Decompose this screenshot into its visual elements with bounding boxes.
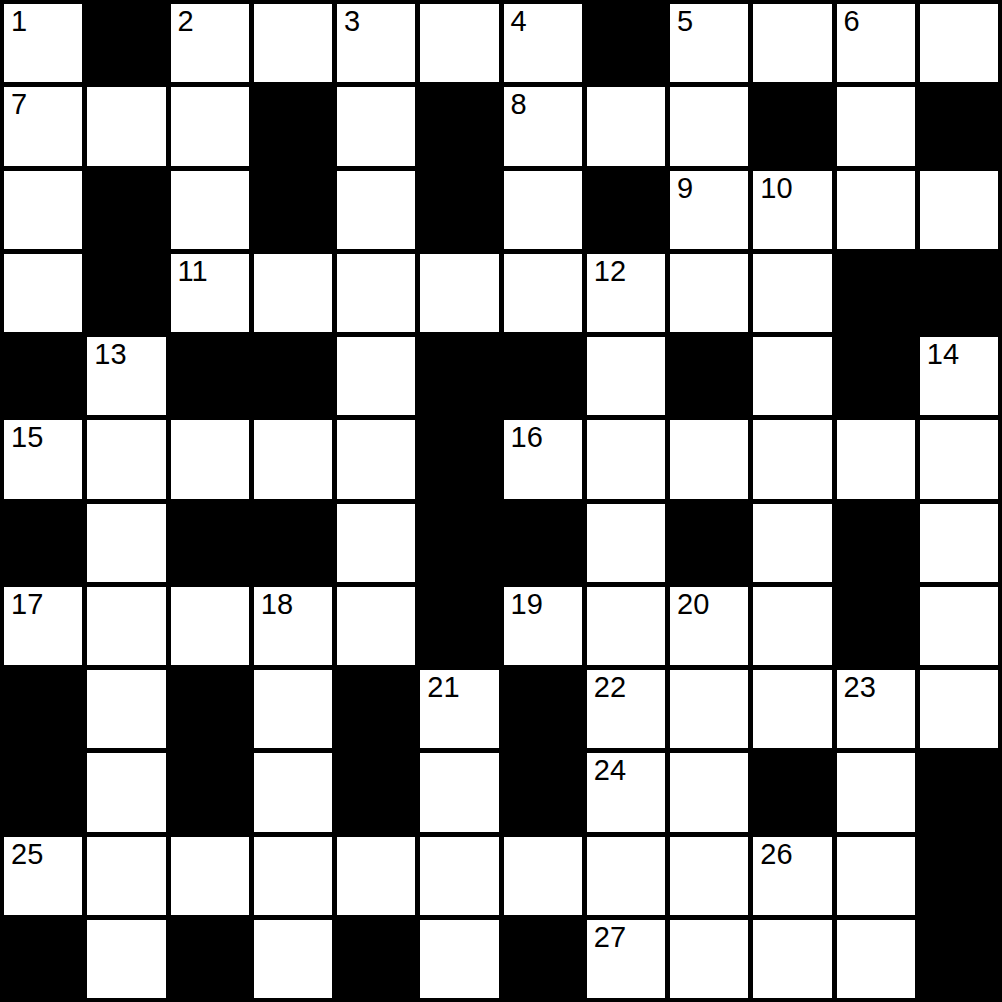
cell-r7c1[interactable] [87,587,165,665]
cell-r3c9[interactable] [753,254,831,332]
cell-r8c8[interactable] [670,670,748,748]
cell-r5c8[interactable] [670,420,748,498]
cell-r5c7[interactable] [587,420,665,498]
black-cell-r4c2 [171,337,249,415]
black-cell-r7c10 [837,587,915,665]
cell-r2c2[interactable] [171,171,249,249]
black-cell-r1c3 [254,87,332,165]
cell-r2c9[interactable]: 10 [753,171,831,249]
black-cell-r6c2 [171,504,249,582]
cell-r5c3[interactable] [254,420,332,498]
cell-r7c11[interactable] [920,587,998,665]
clue-number-11: 11 [178,255,208,288]
cell-r9c1[interactable] [87,753,165,831]
black-cell-r11c11 [920,920,998,998]
clue-number-7: 7 [11,88,27,121]
cell-r3c6[interactable] [504,254,582,332]
black-cell-r8c2 [171,670,249,748]
cell-r2c11[interactable] [920,171,998,249]
black-cell-r5c5 [420,420,498,498]
clue-number-2: 2 [178,5,194,38]
cell-r7c9[interactable] [753,587,831,665]
cell-r7c7[interactable] [587,587,665,665]
clue-number-13: 13 [94,338,126,371]
black-cell-r3c11 [920,254,998,332]
cell-r6c7[interactable] [587,504,665,582]
black-cell-r3c1 [87,254,165,332]
black-cell-r6c8 [670,504,748,582]
cell-r3c4[interactable] [337,254,415,332]
clue-number-10: 10 [760,172,792,205]
black-cell-r6c6 [504,504,582,582]
cell-r11c7[interactable]: 27 [587,920,665,998]
cell-r3c7[interactable]: 12 [587,254,665,332]
cell-r4c4[interactable] [337,337,415,415]
cell-r11c3[interactable] [254,920,332,998]
cell-r4c11[interactable]: 14 [920,337,998,415]
cell-r1c1[interactable] [87,87,165,165]
black-cell-r2c7 [587,171,665,249]
cell-r2c8[interactable]: 9 [670,171,748,249]
cell-r2c4[interactable] [337,171,415,249]
cell-r8c7[interactable]: 22 [587,670,665,748]
cell-r10c3[interactable] [254,837,332,915]
black-cell-r4c0 [4,337,82,415]
cell-r2c6[interactable] [504,171,582,249]
black-cell-r8c4 [337,670,415,748]
cell-r10c10[interactable] [837,837,915,915]
black-cell-r2c3 [254,171,332,249]
cell-r1c0[interactable]: 7 [4,87,82,165]
cell-r9c3[interactable] [254,753,332,831]
cell-r2c0[interactable] [4,171,82,249]
cell-r1c10[interactable] [837,87,915,165]
clue-number-18: 18 [261,588,293,621]
cell-r9c5[interactable] [420,753,498,831]
clue-number-4: 4 [511,5,527,38]
cell-r7c8[interactable]: 20 [670,587,748,665]
black-cell-r1c5 [420,87,498,165]
black-cell-r9c2 [171,753,249,831]
clue-number-19: 19 [511,588,543,621]
crossword-board: 1234567891011121314151617181920212223242… [0,0,1002,1002]
clue-number-23: 23 [844,671,876,704]
black-cell-r6c0 [4,504,82,582]
cell-r0c0[interactable]: 1 [4,4,82,82]
cell-r6c1[interactable] [87,504,165,582]
cell-r10c2[interactable] [171,837,249,915]
cell-r4c9[interactable] [753,337,831,415]
black-cell-r2c1 [87,171,165,249]
black-cell-r9c0 [4,753,82,831]
clue-number-8: 8 [511,88,527,121]
cell-r5c0[interactable]: 15 [4,420,82,498]
cell-r8c10[interactable]: 23 [837,670,915,748]
black-cell-r10c11 [920,837,998,915]
cell-r3c0[interactable] [4,254,82,332]
clue-number-21: 21 [427,671,459,704]
black-cell-r11c0 [4,920,82,998]
cell-r0c11[interactable] [920,4,998,82]
black-cell-r9c6 [504,753,582,831]
black-cell-r11c2 [171,920,249,998]
cell-r5c1[interactable] [87,420,165,498]
cell-r11c10[interactable] [837,920,915,998]
black-cell-r9c4 [337,753,415,831]
clue-number-22: 22 [594,671,626,704]
cell-r3c8[interactable] [670,254,748,332]
cell-r0c8[interactable]: 5 [670,4,748,82]
cell-r5c10[interactable] [837,420,915,498]
clue-number-24: 24 [594,754,626,787]
cell-r0c10[interactable]: 6 [837,4,915,82]
cell-r7c6[interactable]: 19 [504,587,582,665]
black-cell-r11c6 [504,920,582,998]
cell-r3c5[interactable] [420,254,498,332]
cell-r10c0[interactable]: 25 [4,837,82,915]
clue-number-5: 5 [677,5,693,38]
clue-number-6: 6 [844,5,860,38]
cell-r0c3[interactable] [254,4,332,82]
black-cell-r1c11 [920,87,998,165]
cell-r6c9[interactable] [753,504,831,582]
clue-number-27: 27 [594,921,626,954]
cell-r6c4[interactable] [337,504,415,582]
cell-r10c5[interactable] [420,837,498,915]
cell-r5c2[interactable] [171,420,249,498]
black-cell-r8c6 [504,670,582,748]
cell-r8c5[interactable]: 21 [420,670,498,748]
cell-r10c6[interactable] [504,837,582,915]
cell-r8c11[interactable] [920,670,998,748]
cell-r1c8[interactable] [670,87,748,165]
cell-r1c7[interactable] [587,87,665,165]
black-cell-r9c9 [753,753,831,831]
cell-r0c2[interactable]: 2 [171,4,249,82]
cell-r1c2[interactable] [171,87,249,165]
cell-r5c11[interactable] [920,420,998,498]
cell-r3c2[interactable]: 11 [171,254,249,332]
cell-r5c9[interactable] [753,420,831,498]
black-cell-r4c5 [420,337,498,415]
black-cell-r4c10 [837,337,915,415]
cell-r4c7[interactable] [587,337,665,415]
cell-r11c1[interactable] [87,920,165,998]
cell-r7c3[interactable]: 18 [254,587,332,665]
black-cell-r3c10 [837,254,915,332]
cell-r8c9[interactable] [753,670,831,748]
cell-r9c8[interactable] [670,753,748,831]
cell-r0c9[interactable] [753,4,831,82]
clue-number-16: 16 [511,421,543,454]
black-cell-r4c6 [504,337,582,415]
cell-r10c7[interactable] [587,837,665,915]
cell-r7c2[interactable] [171,587,249,665]
clue-number-17: 17 [11,588,43,621]
cell-r11c9[interactable] [753,920,831,998]
cell-r0c5[interactable] [420,4,498,82]
black-cell-r8c0 [4,670,82,748]
cell-r1c4[interactable] [337,87,415,165]
cell-r0c4[interactable]: 3 [337,4,415,82]
clue-number-20: 20 [677,588,709,621]
cell-r1c6[interactable]: 8 [504,87,582,165]
clue-number-25: 25 [11,838,43,871]
black-cell-r11c4 [337,920,415,998]
cell-r4c1[interactable]: 13 [87,337,165,415]
clue-number-15: 15 [11,421,43,454]
cell-r6c11[interactable] [920,504,998,582]
black-cell-r7c5 [420,587,498,665]
black-cell-r6c10 [837,504,915,582]
cell-r10c4[interactable] [337,837,415,915]
black-cell-r9c11 [920,753,998,831]
black-cell-r0c7 [587,4,665,82]
black-cell-r1c9 [753,87,831,165]
cell-r9c10[interactable] [837,753,915,831]
clue-number-3: 3 [344,5,360,38]
cell-r0c6[interactable]: 4 [504,4,582,82]
cell-r7c0[interactable]: 17 [4,587,82,665]
cell-r10c1[interactable] [87,837,165,915]
cell-r7c4[interactable] [337,587,415,665]
clue-number-1: 1 [11,5,27,38]
black-cell-r2c5 [420,171,498,249]
black-cell-r6c5 [420,504,498,582]
clue-number-26: 26 [760,838,792,871]
cell-r5c4[interactable] [337,420,415,498]
black-cell-r0c1 [87,4,165,82]
black-cell-r4c8 [670,337,748,415]
black-cell-r4c3 [254,337,332,415]
cell-r2c10[interactable] [837,171,915,249]
cell-r9c7[interactable]: 24 [587,753,665,831]
clue-number-12: 12 [594,255,626,288]
cell-r11c8[interactable] [670,920,748,998]
cell-r11c5[interactable] [420,920,498,998]
cell-r3c3[interactable] [254,254,332,332]
cell-r10c9[interactable]: 26 [753,837,831,915]
cell-r10c8[interactable] [670,837,748,915]
clue-number-14: 14 [927,338,959,371]
cell-r8c3[interactable] [254,670,332,748]
black-cell-r6c3 [254,504,332,582]
clue-number-9: 9 [677,172,693,205]
cell-r8c1[interactable] [87,670,165,748]
cell-r5c6[interactable]: 16 [504,420,582,498]
